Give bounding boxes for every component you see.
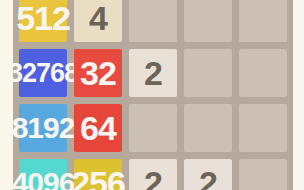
tile-2: 2 xyxy=(184,159,232,190)
tile-value: 4096 xyxy=(12,168,75,190)
tile-value: 32768 xyxy=(8,60,78,87)
board-grid: 512432768322819264409625622 xyxy=(13,0,293,190)
tile-value: 32 xyxy=(80,56,116,90)
tile-32: 32 xyxy=(74,49,122,97)
tile-8192: 8192 xyxy=(19,104,67,152)
empty-cell xyxy=(239,104,287,152)
tile-4: 4 xyxy=(74,0,122,42)
tile-value: 512 xyxy=(16,1,70,35)
tile-256: 256 xyxy=(74,159,122,190)
empty-cell xyxy=(184,104,232,152)
empty-cell xyxy=(184,0,232,42)
tile-value: 4 xyxy=(89,1,107,35)
tile-value: 8192 xyxy=(12,113,75,143)
empty-cell xyxy=(239,49,287,97)
empty-cell xyxy=(184,49,232,97)
game-viewport: 512432768322819264409625622 xyxy=(0,0,304,190)
tile-2: 2 xyxy=(129,159,177,190)
tile-64: 64 xyxy=(74,104,122,152)
tile-4096: 4096 xyxy=(19,159,67,190)
empty-cell xyxy=(239,159,287,190)
tile-value: 256 xyxy=(71,166,125,190)
tile-512: 512 xyxy=(19,0,67,42)
tile-2: 2 xyxy=(129,49,177,97)
tile-value: 64 xyxy=(80,111,116,145)
empty-cell xyxy=(239,0,287,42)
tile-value: 2 xyxy=(199,166,217,190)
tile-32768: 32768 xyxy=(19,49,67,97)
tile-value: 2 xyxy=(144,56,162,90)
empty-cell xyxy=(129,104,177,152)
tile-value: 2 xyxy=(144,166,162,190)
empty-cell xyxy=(129,0,177,42)
